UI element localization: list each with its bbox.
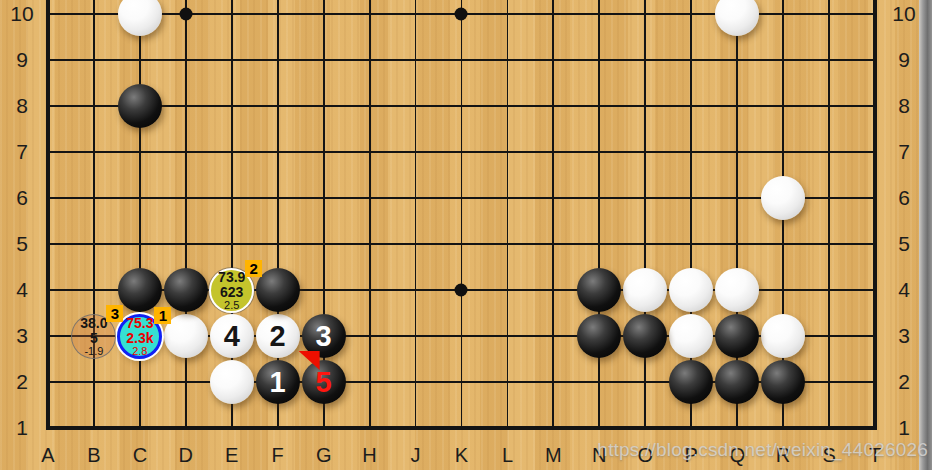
hint-value: -1.9 [84, 345, 103, 357]
watermark: https://blog.csdn.net/weixin_44026026 [597, 439, 928, 461]
go-analysis-screenshot: 1010998877665544332211ABCDEFGHJKLMNOPQRS… [0, 0, 932, 470]
hint-value: 2.5 [224, 299, 239, 311]
hint-value: 75.3 [126, 316, 153, 331]
black-stone-D4 [164, 268, 208, 312]
intersection-N3[interactable] [576, 313, 622, 359]
intersection-P4[interactable] [668, 267, 714, 313]
white-stone-C10 [118, 0, 162, 36]
white-stone-R3 [761, 314, 805, 358]
intersection-C3[interactable]: 75.32.3k2.81 [117, 313, 163, 359]
intersection-E4[interactable]: 73.96232.52 [209, 267, 255, 313]
white-stone-F3: 2 [256, 314, 300, 358]
intersection-C8[interactable] [117, 83, 163, 129]
intersection-O3[interactable] [622, 313, 668, 359]
white-stone-O4 [623, 268, 667, 312]
white-stone-P3 [669, 314, 713, 358]
intersection-Q4[interactable] [714, 267, 760, 313]
black-stone-N4 [577, 268, 621, 312]
intersection-G2[interactable]: 5 [301, 359, 347, 405]
intersection-F2[interactable]: 1 [255, 359, 301, 405]
white-stone-Q10 [715, 0, 759, 36]
hint-value: 2.3k [126, 331, 153, 345]
hint-value: 2.8 [132, 345, 147, 357]
intersection-B3[interactable]: 38.05-1.93 [71, 313, 117, 359]
move-number: 4 [224, 322, 240, 351]
scrollbar[interactable] [919, 0, 932, 470]
intersection-E2[interactable] [209, 359, 255, 405]
black-stone-R2 [761, 360, 805, 404]
hint-value: 73.9 [218, 270, 245, 285]
intersection-O4[interactable] [622, 267, 668, 313]
move-number: 5 [316, 368, 332, 397]
intersection-F3[interactable]: 2 [255, 313, 301, 359]
intersection-P3[interactable] [668, 313, 714, 359]
black-stone-C4 [118, 268, 162, 312]
hint-value: 5 [90, 331, 98, 345]
suggested-move-B3[interactable]: 38.05-1.93 [71, 314, 116, 359]
white-stone-Q4 [715, 268, 759, 312]
white-stone-R6 [761, 176, 805, 220]
hint-rank-tag: 2 [245, 260, 262, 277]
black-stone-Q3 [715, 314, 759, 358]
move-number: 2 [270, 322, 286, 351]
black-stone-Q2 [715, 360, 759, 404]
intersection-P2[interactable] [668, 359, 714, 405]
suggested-move-E4[interactable]: 73.96232.52 [209, 268, 254, 313]
white-stone-E2 [210, 360, 254, 404]
intersection-E3[interactable]: 4 [209, 313, 255, 359]
move-number: 3 [316, 322, 332, 351]
intersection-N4[interactable] [576, 267, 622, 313]
move-number: 1 [270, 368, 286, 397]
hint-rank-tag: 1 [154, 307, 171, 324]
intersection-R2[interactable] [760, 359, 806, 405]
intersection-Q10[interactable] [714, 0, 760, 37]
hint-value: 623 [220, 285, 243, 299]
white-stone-E3: 4 [210, 314, 254, 358]
black-stone-G2: 5 [302, 360, 346, 404]
black-stone-N3 [577, 314, 621, 358]
black-stone-F2: 1 [256, 360, 300, 404]
intersection-Q3[interactable] [714, 313, 760, 359]
white-stone-P4 [669, 268, 713, 312]
go-board[interactable]: 4231575.32.3k2.8173.96232.5238.05-1.93 [25, 0, 898, 451]
black-stone-P2 [669, 360, 713, 404]
intersection-Q2[interactable] [714, 359, 760, 405]
intersection-R6[interactable] [760, 175, 806, 221]
intersection-R3[interactable] [760, 313, 806, 359]
hint-value: 38.0 [80, 316, 107, 331]
hint-rank-tag: 3 [106, 305, 123, 322]
black-stone-F4 [256, 268, 300, 312]
black-stone-O3 [623, 314, 667, 358]
suggested-move-C3[interactable]: 75.32.3k2.81 [117, 314, 162, 359]
intersection-C10[interactable] [117, 0, 163, 37]
black-stone-C8 [118, 84, 162, 128]
